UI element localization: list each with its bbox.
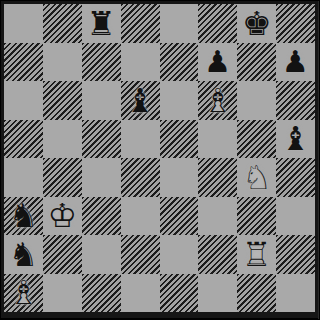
black-knight-icon: ♞: [9, 199, 39, 232]
square-c2[interactable]: [82, 235, 121, 274]
square-c6[interactable]: [82, 81, 121, 120]
square-d1[interactable]: [121, 274, 160, 313]
square-e7[interactable]: [160, 43, 199, 82]
square-e6[interactable]: [160, 81, 199, 120]
square-a7[interactable]: [4, 43, 43, 82]
square-h8[interactable]: [276, 4, 315, 43]
square-f3[interactable]: [198, 197, 237, 236]
square-a4[interactable]: [4, 158, 43, 197]
square-f1[interactable]: [198, 274, 237, 313]
square-b5[interactable]: [43, 120, 82, 159]
square-e2[interactable]: [160, 235, 199, 274]
square-b7[interactable]: [43, 43, 82, 82]
square-e8[interactable]: [160, 4, 199, 43]
square-c7[interactable]: [82, 43, 121, 82]
square-g4[interactable]: ♞♘: [237, 158, 276, 197]
white-king-b3[interactable]: ♚♔: [43, 197, 82, 236]
square-c1[interactable]: [82, 274, 121, 313]
square-e3[interactable]: [160, 197, 199, 236]
black-pawn-icon: ♟: [204, 47, 231, 77]
white-knight-icon: ♘: [242, 161, 272, 194]
square-g3[interactable]: [237, 197, 276, 236]
square-e5[interactable]: [160, 120, 199, 159]
square-e4[interactable]: [160, 158, 199, 197]
square-f4[interactable]: [198, 158, 237, 197]
square-d4[interactable]: [121, 158, 160, 197]
white-bishop-icon: ♗: [9, 276, 39, 309]
square-g1[interactable]: [237, 274, 276, 313]
square-c5[interactable]: [82, 120, 121, 159]
square-c3[interactable]: [82, 197, 121, 236]
square-h2[interactable]: [276, 235, 315, 274]
square-a2[interactable]: ♞: [4, 235, 43, 274]
square-b4[interactable]: [43, 158, 82, 197]
white-bishop-f6[interactable]: ♝♗: [198, 81, 237, 120]
square-a5[interactable]: [4, 120, 43, 159]
white-bishop-a1[interactable]: ♝♗: [4, 274, 43, 313]
black-rook-c8[interactable]: ♜: [82, 4, 121, 43]
square-h4[interactable]: [276, 158, 315, 197]
square-h1[interactable]: [276, 274, 315, 313]
square-a1[interactable]: ♝♗: [4, 274, 43, 313]
square-d7[interactable]: [121, 43, 160, 82]
square-g2[interactable]: ♜♖: [237, 235, 276, 274]
black-bishop-icon: ♝: [125, 84, 155, 117]
white-knight-g4[interactable]: ♞♘: [237, 158, 276, 197]
square-h5[interactable]: ♝: [276, 120, 315, 159]
square-g6[interactable]: [237, 81, 276, 120]
white-king-icon: ♔: [48, 199, 78, 232]
square-g8[interactable]: ♚: [237, 4, 276, 43]
square-b8[interactable]: [43, 4, 82, 43]
square-f2[interactable]: [198, 235, 237, 274]
black-knight-icon: ♞: [9, 238, 39, 271]
square-f8[interactable]: [198, 4, 237, 43]
scanned-diagram-frame: ♜♚♟♟♝♝♗♝♞♘♞♚♔♞♜♖♝♗: [0, 0, 320, 320]
white-rook-g2[interactable]: ♜♖: [237, 235, 276, 274]
square-d2[interactable]: [121, 235, 160, 274]
square-a6[interactable]: [4, 81, 43, 120]
square-h3[interactable]: [276, 197, 315, 236]
square-d5[interactable]: [121, 120, 160, 159]
square-b2[interactable]: [43, 235, 82, 274]
black-knight-a3[interactable]: ♞: [4, 197, 43, 236]
square-a3[interactable]: ♞: [4, 197, 43, 236]
black-pawn-h7[interactable]: ♟: [276, 43, 315, 82]
black-pawn-icon: ♟: [282, 47, 309, 77]
black-king-icon: ♚: [242, 7, 272, 40]
square-f5[interactable]: [198, 120, 237, 159]
square-h6[interactable]: [276, 81, 315, 120]
square-c8[interactable]: ♜: [82, 4, 121, 43]
chess-board: ♜♚♟♟♝♝♗♝♞♘♞♚♔♞♜♖♝♗: [4, 4, 315, 312]
white-rook-icon: ♖: [242, 238, 272, 271]
square-h7[interactable]: ♟: [276, 43, 315, 82]
black-rook-icon: ♜: [86, 7, 116, 40]
square-g7[interactable]: [237, 43, 276, 82]
square-b3[interactable]: ♚♔: [43, 197, 82, 236]
square-d6[interactable]: ♝: [121, 81, 160, 120]
square-b1[interactable]: [43, 274, 82, 313]
square-c4[interactable]: [82, 158, 121, 197]
square-d3[interactable]: [121, 197, 160, 236]
square-f7[interactable]: ♟: [198, 43, 237, 82]
black-pawn-f7[interactable]: ♟: [198, 43, 237, 82]
square-e1[interactable]: [160, 274, 199, 313]
square-d8[interactable]: [121, 4, 160, 43]
square-f6[interactable]: ♝♗: [198, 81, 237, 120]
square-a8[interactable]: [4, 4, 43, 43]
black-bishop-h5[interactable]: ♝: [276, 120, 315, 159]
square-b6[interactable]: [43, 81, 82, 120]
black-bishop-d6[interactable]: ♝: [121, 81, 160, 120]
black-king-g8[interactable]: ♚: [237, 4, 276, 43]
black-bishop-icon: ♝: [281, 122, 311, 155]
black-knight-a2[interactable]: ♞: [4, 235, 43, 274]
white-bishop-icon: ♗: [203, 84, 233, 117]
square-g5[interactable]: [237, 120, 276, 159]
